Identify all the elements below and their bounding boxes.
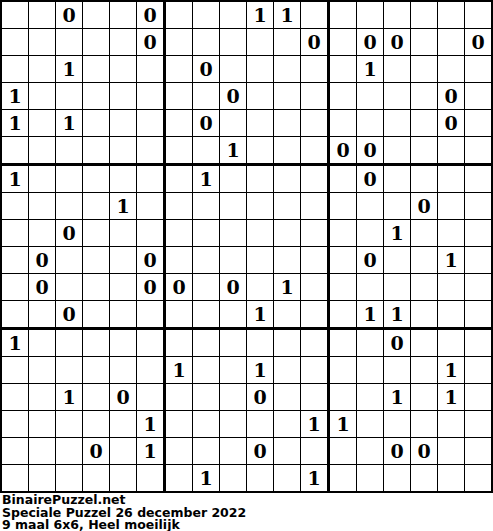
cell[interactable] [110,330,137,357]
cell[interactable] [166,56,193,83]
cell[interactable] [247,166,274,193]
cell[interactable] [438,137,465,166]
cell[interactable] [411,166,438,193]
cell[interactable] [465,384,491,411]
cell[interactable] [83,137,110,166]
cell[interactable] [56,137,83,166]
cell[interactable] [411,2,438,29]
cell[interactable] [384,137,411,166]
cell[interactable] [438,330,465,357]
cell[interactable] [2,247,29,274]
cell[interactable] [411,110,438,137]
cell[interactable] [438,193,465,220]
cell[interactable] [247,83,274,110]
cell[interactable] [465,193,491,220]
cell[interactable] [193,2,220,29]
cell[interactable] [220,220,247,247]
cell[interactable] [83,29,110,56]
cell[interactable] [465,330,491,357]
cell[interactable] [274,357,301,384]
cell[interactable] [29,411,56,438]
cell[interactable] [110,110,137,137]
cell[interactable] [330,357,357,384]
cell[interactable] [137,56,166,83]
cell: 0 [56,220,83,247]
cell[interactable] [193,384,220,411]
cell[interactable] [384,411,411,438]
cell: 0 [56,2,83,29]
cell[interactable] [357,274,384,301]
cell[interactable] [465,166,491,193]
cell[interactable] [29,29,56,56]
cell[interactable] [56,193,83,220]
cell[interactable] [29,301,56,330]
cell[interactable] [29,330,56,357]
cell[interactable] [29,83,56,110]
cell[interactable] [166,438,193,465]
cell: 1 [301,411,330,438]
cell[interactable] [29,56,56,83]
cell[interactable] [137,220,166,247]
cell[interactable] [29,166,56,193]
cell[interactable] [274,384,301,411]
cell[interactable] [330,2,357,29]
cell: 0 [384,438,411,465]
cell[interactable] [438,274,465,301]
cell: 1 [56,384,83,411]
cell[interactable] [29,220,56,247]
cell[interactable] [166,2,193,29]
cell[interactable] [2,193,29,220]
cell: 0 [384,29,411,56]
cell[interactable] [110,411,137,438]
cell[interactable] [411,220,438,247]
cell[interactable] [384,56,411,83]
cell[interactable] [274,193,301,220]
cell[interactable] [110,438,137,465]
cell[interactable] [411,411,438,438]
cell: 1 [2,83,29,110]
cell[interactable] [2,357,29,384]
cell[interactable] [465,465,491,491]
cell[interactable] [2,301,29,330]
cell[interactable] [166,330,193,357]
cell[interactable] [83,357,110,384]
cell[interactable] [56,166,83,193]
cell[interactable] [83,166,110,193]
cell[interactable] [247,220,274,247]
cell[interactable] [220,166,247,193]
cell[interactable] [193,357,220,384]
cell[interactable] [247,56,274,83]
cell[interactable] [110,166,137,193]
cell[interactable] [384,247,411,274]
cell[interactable] [2,29,29,56]
cell[interactable] [193,411,220,438]
cell[interactable] [247,137,274,166]
cell[interactable] [465,274,491,301]
cell[interactable] [465,56,491,83]
cell: 0 [411,438,438,465]
cell[interactable] [330,384,357,411]
cell[interactable] [465,438,491,465]
cell[interactable] [166,384,193,411]
cell[interactable] [110,247,137,274]
cell[interactable] [220,110,247,137]
cell[interactable] [411,465,438,491]
cell[interactable] [411,357,438,384]
cell[interactable] [56,274,83,301]
cell[interactable] [411,274,438,301]
cell[interactable] [274,438,301,465]
cell[interactable] [301,247,330,274]
cell[interactable] [384,357,411,384]
cell[interactable] [29,438,56,465]
cell[interactable] [465,357,491,384]
cell[interactable] [301,301,330,330]
cell[interactable] [137,301,166,330]
cell[interactable] [220,357,247,384]
cell[interactable] [110,465,137,491]
cell[interactable] [384,465,411,491]
cell[interactable] [110,137,137,166]
cell[interactable] [193,301,220,330]
cell[interactable] [220,384,247,411]
cell[interactable] [274,301,301,330]
cell[interactable] [330,83,357,110]
cell[interactable] [357,411,384,438]
cell[interactable] [166,220,193,247]
cell[interactable] [247,465,274,491]
cell: 0 [220,274,247,301]
cell[interactable] [357,193,384,220]
cell[interactable] [384,274,411,301]
cell[interactable] [465,301,491,330]
cell[interactable] [357,110,384,137]
cell[interactable] [274,29,301,56]
cell: 1 [166,357,193,384]
cell[interactable] [29,2,56,29]
cell[interactable] [56,411,83,438]
cell: 1 [384,301,411,330]
cell[interactable] [220,2,247,29]
cell[interactable] [465,2,491,29]
cell[interactable] [274,83,301,110]
cell: 0 [357,166,384,193]
cell[interactable] [56,357,83,384]
cell[interactable] [166,247,193,274]
cell[interactable] [83,193,110,220]
cell[interactable] [330,274,357,301]
cell[interactable] [166,411,193,438]
cell[interactable] [83,220,110,247]
cell[interactable] [330,166,357,193]
puzzle-difficulty: 9 maal 6x6, Heel moeilijk [2,519,493,531]
cell[interactable] [56,465,83,491]
cell[interactable] [83,2,110,29]
cell[interactable] [29,384,56,411]
cell[interactable] [357,384,384,411]
cell[interactable] [29,465,56,491]
cell: 0 [330,137,357,166]
cell[interactable] [110,220,137,247]
cell[interactable] [438,301,465,330]
cell[interactable] [274,220,301,247]
cell[interactable] [83,56,110,83]
cell[interactable] [83,110,110,137]
cell[interactable] [137,193,166,220]
cell[interactable] [247,110,274,137]
cell: 0 [29,247,56,274]
cell: 1 [247,357,274,384]
cell: 0 [137,2,166,29]
cell[interactable] [301,220,330,247]
cell[interactable] [29,357,56,384]
cell[interactable] [247,411,274,438]
cell[interactable] [301,83,330,110]
cell[interactable] [193,438,220,465]
cell: 0 [56,301,83,330]
cell: 1 [193,166,220,193]
cell[interactable] [438,465,465,491]
cell[interactable] [166,193,193,220]
cell[interactable] [193,247,220,274]
cell: 1 [220,137,247,166]
cell[interactable] [330,110,357,137]
cell: 0 [137,29,166,56]
cell[interactable] [274,110,301,137]
cell[interactable] [411,301,438,330]
cell: 0 [438,83,465,110]
cell: 1 [438,247,465,274]
cell[interactable] [274,247,301,274]
cell[interactable] [465,110,491,137]
cell: 1 [247,2,274,29]
cell[interactable] [411,137,438,166]
cell[interactable] [83,83,110,110]
cell[interactable] [137,110,166,137]
cell[interactable] [2,2,29,29]
cell[interactable] [247,274,274,301]
cell[interactable] [274,411,301,438]
cell[interactable] [301,2,330,29]
cell[interactable] [274,56,301,83]
cell: 1 [330,411,357,438]
cell[interactable] [2,438,29,465]
cell[interactable] [330,56,357,83]
cell[interactable] [137,137,166,166]
cell[interactable] [83,247,110,274]
cell[interactable] [274,330,301,357]
cell[interactable] [274,137,301,166]
cell[interactable] [384,166,411,193]
cell[interactable] [438,56,465,83]
cell[interactable] [193,137,220,166]
cell[interactable] [193,29,220,56]
cell[interactable] [110,29,137,56]
cell: 1 [438,357,465,384]
cell[interactable] [29,137,56,166]
cell[interactable] [357,83,384,110]
cell[interactable] [438,29,465,56]
cell[interactable] [56,247,83,274]
cell[interactable] [193,274,220,301]
cell[interactable] [2,220,29,247]
cell[interactable] [220,411,247,438]
cell[interactable] [411,247,438,274]
cell[interactable] [29,193,56,220]
cell[interactable] [137,166,166,193]
cell: 1 [247,301,274,330]
cell[interactable] [166,137,193,166]
cell[interactable] [193,330,220,357]
cell[interactable] [220,438,247,465]
cell[interactable] [220,29,247,56]
cell[interactable] [2,465,29,491]
cell[interactable] [411,330,438,357]
cell[interactable] [220,301,247,330]
cell[interactable] [56,83,83,110]
cell[interactable] [110,357,137,384]
cell[interactable] [137,83,166,110]
cell: 0 [465,29,491,56]
cell[interactable] [357,465,384,491]
cell[interactable] [110,301,137,330]
cell[interactable] [137,384,166,411]
cell[interactable] [83,411,110,438]
cell[interactable] [465,220,491,247]
cell[interactable] [330,301,357,330]
cell[interactable] [137,357,166,384]
cell: 0 [357,29,384,56]
cell: 0 [438,110,465,137]
cell[interactable] [83,465,110,491]
cell[interactable] [301,166,330,193]
cell[interactable] [247,247,274,274]
cell[interactable] [465,247,491,274]
cell[interactable] [411,83,438,110]
cell[interactable] [193,220,220,247]
cell[interactable] [301,56,330,83]
cell[interactable] [110,83,137,110]
cell[interactable] [110,2,137,29]
cell[interactable] [357,330,384,357]
cell: 1 [274,2,301,29]
cell: 1 [137,438,166,465]
cell[interactable] [29,110,56,137]
cell[interactable] [438,166,465,193]
cell[interactable] [137,465,166,491]
cell[interactable] [56,330,83,357]
cell[interactable] [330,193,357,220]
cell[interactable] [301,193,330,220]
cell[interactable] [357,357,384,384]
cell[interactable] [166,83,193,110]
cell[interactable] [330,330,357,357]
cell[interactable] [110,56,137,83]
cell[interactable] [384,83,411,110]
cell[interactable] [137,330,166,357]
cell[interactable] [301,110,330,137]
cell[interactable] [166,301,193,330]
cell[interactable] [193,193,220,220]
cell[interactable] [274,465,301,491]
cell: 0 [137,274,166,301]
cell[interactable] [301,384,330,411]
cell[interactable] [330,220,357,247]
cell[interactable] [301,438,330,465]
cell[interactable] [2,384,29,411]
cell[interactable] [465,83,491,110]
cell[interactable] [384,193,411,220]
cell[interactable] [247,330,274,357]
cell[interactable] [2,411,29,438]
cell[interactable] [357,2,384,29]
cell[interactable] [438,220,465,247]
cell[interactable] [384,110,411,137]
cell[interactable] [465,137,491,166]
cell[interactable] [384,2,411,29]
cell[interactable] [83,274,110,301]
cell[interactable] [357,220,384,247]
cell[interactable] [438,438,465,465]
cell: 0 [357,137,384,166]
cell: 0 [193,56,220,83]
cell[interactable] [166,465,193,491]
cell[interactable] [56,29,83,56]
cell[interactable] [330,29,357,56]
cell[interactable] [411,56,438,83]
cell[interactable] [2,56,29,83]
cell[interactable] [220,193,247,220]
cell[interactable] [2,274,29,301]
cell[interactable] [166,29,193,56]
cell: 0 [220,83,247,110]
cell[interactable] [220,56,247,83]
cell[interactable] [301,274,330,301]
cell[interactable] [438,2,465,29]
cell[interactable] [83,384,110,411]
cell[interactable] [247,29,274,56]
cell[interactable] [220,247,247,274]
cell[interactable] [411,384,438,411]
cell: 0 [411,193,438,220]
cell[interactable] [110,274,137,301]
cell[interactable] [83,301,110,330]
cell[interactable] [56,438,83,465]
cell[interactable] [411,29,438,56]
cell: 0 [110,384,137,411]
cell[interactable] [301,330,330,357]
cell[interactable] [301,137,330,166]
cell[interactable] [465,411,491,438]
cell[interactable] [166,166,193,193]
cell[interactable] [357,438,384,465]
cell[interactable] [83,330,110,357]
cell[interactable] [438,411,465,438]
cell[interactable] [330,247,357,274]
cell[interactable] [193,83,220,110]
cell[interactable] [220,465,247,491]
cell[interactable] [247,193,274,220]
cell[interactable] [2,137,29,166]
cell[interactable] [166,110,193,137]
cell[interactable] [220,330,247,357]
cell[interactable] [330,438,357,465]
cell[interactable] [274,166,301,193]
cell[interactable] [330,465,357,491]
cell[interactable] [301,357,330,384]
